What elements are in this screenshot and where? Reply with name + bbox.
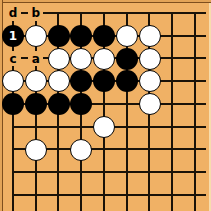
- white-stone: [48, 70, 70, 92]
- black-stone: [116, 70, 138, 92]
- white-stone: [25, 70, 47, 92]
- black-stone: 1: [2, 25, 24, 47]
- black-stone: [2, 93, 24, 115]
- stone-number-label: 1: [9, 29, 17, 41]
- white-stone: [139, 48, 161, 70]
- diagram-border-top: [0, 0, 211, 3]
- white-stone: [25, 25, 47, 47]
- image-edge-strip: [209, 3, 211, 211]
- white-stone: [25, 139, 47, 161]
- black-stone: [93, 25, 115, 47]
- go-diagram: db1ca: [0, 0, 211, 211]
- white-stone: [139, 25, 161, 47]
- white-stone: [139, 70, 161, 92]
- black-stone: [48, 93, 70, 115]
- white-stone: [93, 48, 115, 70]
- black-stone: [116, 48, 138, 70]
- white-stone: [70, 48, 92, 70]
- white-stone: [93, 116, 115, 138]
- white-stone: [139, 93, 161, 115]
- black-stone: [70, 25, 92, 47]
- black-stone: [25, 93, 47, 115]
- white-stone: [116, 25, 138, 47]
- point-label-d: d: [6, 6, 21, 21]
- white-stone: [48, 48, 70, 70]
- point-label-b: b: [28, 6, 43, 21]
- point-label-a: a: [28, 51, 43, 66]
- point-label-c: c: [6, 51, 21, 66]
- white-stone: [70, 139, 92, 161]
- black-stone: [48, 25, 70, 47]
